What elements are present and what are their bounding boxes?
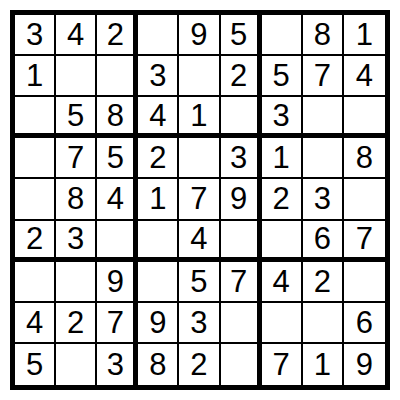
cell-r4c3[interactable]: 5 bbox=[97, 138, 138, 179]
cell-r8c9[interactable]: 6 bbox=[344, 303, 385, 344]
cell-r6c1[interactable]: 2 bbox=[15, 221, 56, 262]
cell-r7c9[interactable] bbox=[344, 262, 385, 303]
cell-r2c3[interactable] bbox=[97, 56, 138, 97]
cell-r1c1[interactable]: 3 bbox=[15, 15, 56, 56]
cell-r1c4[interactable] bbox=[138, 15, 179, 56]
cell-r1c9[interactable]: 1 bbox=[344, 15, 385, 56]
cell-r4c8[interactable] bbox=[303, 138, 344, 179]
cell-r2c9[interactable]: 4 bbox=[344, 56, 385, 97]
cell-r2c2[interactable] bbox=[56, 56, 97, 97]
cell-r1c2[interactable]: 4 bbox=[56, 15, 97, 56]
cell-r3c8[interactable] bbox=[303, 97, 344, 138]
cell-r5c7[interactable]: 2 bbox=[262, 179, 303, 220]
cell-r7c3[interactable]: 9 bbox=[97, 262, 138, 303]
cell-r9c6[interactable] bbox=[221, 344, 262, 385]
cell-r7c6[interactable]: 7 bbox=[221, 262, 262, 303]
cell-r8c2[interactable]: 2 bbox=[56, 303, 97, 344]
cell-r5c5[interactable]: 7 bbox=[179, 179, 220, 220]
cell-r8c8[interactable] bbox=[303, 303, 344, 344]
cell-r5c1[interactable] bbox=[15, 179, 56, 220]
cell-r2c5[interactable] bbox=[179, 56, 220, 97]
cell-r3c4[interactable]: 4 bbox=[138, 97, 179, 138]
cell-r5c6[interactable]: 9 bbox=[221, 179, 262, 220]
cell-r2c1[interactable]: 1 bbox=[15, 56, 56, 97]
cell-r4c4[interactable]: 2 bbox=[138, 138, 179, 179]
cell-r9c4[interactable]: 8 bbox=[138, 344, 179, 385]
cell-r2c8[interactable]: 7 bbox=[303, 56, 344, 97]
cell-r6c4[interactable] bbox=[138, 221, 179, 262]
cell-r3c2[interactable]: 5 bbox=[56, 97, 97, 138]
cell-r1c8[interactable]: 8 bbox=[303, 15, 344, 56]
cell-r7c5[interactable]: 5 bbox=[179, 262, 220, 303]
cell-r5c3[interactable]: 4 bbox=[97, 179, 138, 220]
sudoku-board: 3429581132574584137523188417923234679574… bbox=[10, 10, 390, 390]
cell-r9c7[interactable]: 7 bbox=[262, 344, 303, 385]
cell-r2c7[interactable]: 5 bbox=[262, 56, 303, 97]
cell-r4c5[interactable] bbox=[179, 138, 220, 179]
cell-r5c4[interactable]: 1 bbox=[138, 179, 179, 220]
cell-r6c5[interactable]: 4 bbox=[179, 221, 220, 262]
cell-r8c7[interactable] bbox=[262, 303, 303, 344]
cell-r8c1[interactable]: 4 bbox=[15, 303, 56, 344]
cell-r3c7[interactable]: 3 bbox=[262, 97, 303, 138]
cell-r9c8[interactable]: 1 bbox=[303, 344, 344, 385]
cell-r7c4[interactable] bbox=[138, 262, 179, 303]
cell-r1c7[interactable] bbox=[262, 15, 303, 56]
cell-r9c2[interactable] bbox=[56, 344, 97, 385]
cell-r6c6[interactable] bbox=[221, 221, 262, 262]
cell-r6c2[interactable]: 3 bbox=[56, 221, 97, 262]
cell-r4c9[interactable]: 8 bbox=[344, 138, 385, 179]
cell-r3c1[interactable] bbox=[15, 97, 56, 138]
cell-r2c6[interactable]: 2 bbox=[221, 56, 262, 97]
cell-r5c2[interactable]: 8 bbox=[56, 179, 97, 220]
cell-r6c9[interactable]: 7 bbox=[344, 221, 385, 262]
cell-r9c9[interactable]: 9 bbox=[344, 344, 385, 385]
cell-r9c1[interactable]: 5 bbox=[15, 344, 56, 385]
cell-r8c3[interactable]: 7 bbox=[97, 303, 138, 344]
cell-r6c3[interactable] bbox=[97, 221, 138, 262]
cell-r7c7[interactable]: 4 bbox=[262, 262, 303, 303]
cell-r1c6[interactable]: 5 bbox=[221, 15, 262, 56]
cell-r1c5[interactable]: 9 bbox=[179, 15, 220, 56]
cell-r7c2[interactable] bbox=[56, 262, 97, 303]
cell-r7c1[interactable] bbox=[15, 262, 56, 303]
cell-r9c3[interactable]: 3 bbox=[97, 344, 138, 385]
cell-r7c8[interactable]: 2 bbox=[303, 262, 344, 303]
cell-r4c6[interactable]: 3 bbox=[221, 138, 262, 179]
cell-r8c6[interactable] bbox=[221, 303, 262, 344]
cell-r6c7[interactable] bbox=[262, 221, 303, 262]
cell-r8c5[interactable]: 3 bbox=[179, 303, 220, 344]
cell-r3c9[interactable] bbox=[344, 97, 385, 138]
cell-r5c9[interactable] bbox=[344, 179, 385, 220]
cell-r6c8[interactable]: 6 bbox=[303, 221, 344, 262]
cell-r9c5[interactable]: 2 bbox=[179, 344, 220, 385]
cell-r8c4[interactable]: 9 bbox=[138, 303, 179, 344]
cell-r3c5[interactable]: 1 bbox=[179, 97, 220, 138]
cell-r3c3[interactable]: 8 bbox=[97, 97, 138, 138]
cell-r4c2[interactable]: 7 bbox=[56, 138, 97, 179]
cell-r4c1[interactable] bbox=[15, 138, 56, 179]
cell-r5c8[interactable]: 3 bbox=[303, 179, 344, 220]
cell-r1c3[interactable]: 2 bbox=[97, 15, 138, 56]
cell-r3c6[interactable] bbox=[221, 97, 262, 138]
cell-r4c7[interactable]: 1 bbox=[262, 138, 303, 179]
cell-r2c4[interactable]: 3 bbox=[138, 56, 179, 97]
